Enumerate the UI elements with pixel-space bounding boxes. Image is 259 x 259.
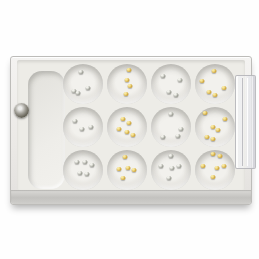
silver-seed <box>176 134 181 138</box>
pit-r1c3[interactable] <box>195 107 235 147</box>
gold-seed <box>127 68 132 72</box>
gold-seed <box>212 69 217 73</box>
silver-seed <box>169 166 174 170</box>
gold-seed <box>121 117 126 121</box>
gold-seed <box>125 78 130 82</box>
gold-seed <box>206 90 211 94</box>
metal-rivet-icon <box>14 103 29 118</box>
silver-seed <box>82 160 87 164</box>
clear-latch <box>235 75 256 169</box>
silver-seed <box>161 135 166 139</box>
pit-r2c3[interactable] <box>195 150 235 190</box>
pit-r2c0[interactable] <box>63 150 103 190</box>
gold-seed <box>117 127 122 131</box>
gold-seed <box>123 155 128 159</box>
pit-r0c0[interactable] <box>63 64 103 104</box>
silver-seed <box>77 171 82 175</box>
silver-seed <box>89 163 94 167</box>
silver-seed <box>177 164 182 168</box>
pit-r0c1[interactable] <box>107 64 147 104</box>
gold-seed <box>125 166 130 170</box>
gold-seed <box>201 164 206 168</box>
gold-seed <box>215 166 220 170</box>
store-trough[interactable] <box>28 71 65 189</box>
gold-seed <box>202 111 207 115</box>
gold-seed <box>125 130 130 134</box>
silver-seed <box>73 119 78 123</box>
product-photo <box>0 0 259 259</box>
gold-seed <box>132 168 137 172</box>
gold-seed <box>213 93 218 97</box>
gold-seed <box>223 117 228 121</box>
board-bottom-rim <box>11 190 251 204</box>
silver-seed <box>161 74 166 78</box>
pit-r1c1[interactable] <box>107 107 147 147</box>
silver-seed <box>169 112 174 116</box>
gold-seed <box>131 133 136 137</box>
silver-seed <box>167 176 172 180</box>
gold-seed <box>121 176 126 180</box>
gold-seed <box>211 175 216 179</box>
pit-r2c1[interactable] <box>107 150 147 190</box>
pit-r0c3[interactable] <box>195 64 235 104</box>
silver-seed <box>74 160 79 164</box>
gold-seed <box>205 135 210 139</box>
gold-seed <box>200 79 205 83</box>
gold-seed <box>128 84 133 88</box>
pit-r1c2[interactable] <box>151 107 191 147</box>
gold-seed <box>210 137 215 141</box>
silver-seed <box>79 70 84 74</box>
gold-seed <box>217 154 222 158</box>
pit-r2c2[interactable] <box>151 150 191 190</box>
silver-seed <box>169 154 174 158</box>
pit-r1c0[interactable] <box>63 107 103 147</box>
pits-grid <box>61 62 237 191</box>
silver-seed <box>179 127 184 131</box>
silver-seed <box>89 125 94 129</box>
gold-seed <box>117 167 122 171</box>
gold-seed <box>210 152 215 156</box>
mancala-board <box>10 56 252 205</box>
pit-r0c2[interactable] <box>151 64 191 104</box>
gold-seed <box>221 164 226 168</box>
silver-seed <box>177 78 182 82</box>
silver-seed <box>76 91 81 95</box>
gold-seed <box>124 92 129 96</box>
silver-seed <box>167 90 172 94</box>
silver-seed <box>80 127 85 131</box>
silver-seed <box>85 86 90 90</box>
gold-seed <box>221 86 226 90</box>
silver-seed <box>173 93 178 97</box>
silver-seed <box>159 164 164 168</box>
gold-seed <box>127 121 132 125</box>
gold-seed <box>215 128 220 132</box>
silver-seed <box>85 172 90 176</box>
